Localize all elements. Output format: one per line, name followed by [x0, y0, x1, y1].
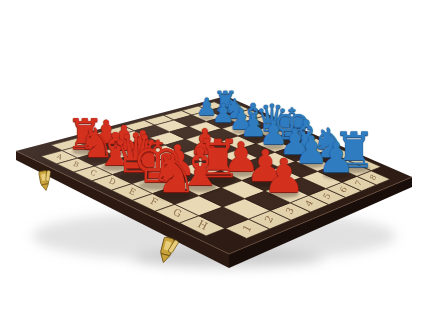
chess-set-photo: ABCDEFGH12345678 ♜♟♞♟♝♟♛♟♚♟♟♝♜♟♟♟♞♞♟♟♝♜♟… — [0, 0, 424, 318]
piece-blue-pawn[interactable]: ♟ — [316, 138, 357, 179]
piece-red-knight[interactable]: ♞ — [148, 148, 201, 201]
piece-red-pawn[interactable]: ♟ — [260, 152, 307, 199]
